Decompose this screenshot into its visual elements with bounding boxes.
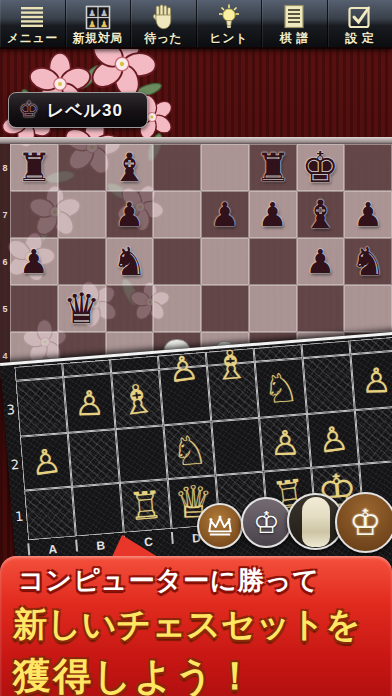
- square-a8[interactable]: ♜: [10, 144, 58, 191]
- chess-set-preview-staunton[interactable]: ♔: [241, 497, 292, 548]
- square-e6[interactable]: [201, 238, 249, 285]
- ornate-king-icon: ♔: [349, 505, 381, 541]
- square-g8[interactable]: ♚: [297, 144, 345, 191]
- four-pawns-grid-icon: ♟ ♟ ♟ ♟: [85, 3, 111, 31]
- hand-icon: [151, 3, 175, 31]
- chalk-N-doodle-d2: ♘: [163, 422, 215, 480]
- square-h7[interactable]: ♟: [344, 191, 392, 238]
- chalk-B-doodle-c3: ♗: [110, 368, 165, 430]
- chalk-R-doodle-c1: ♖: [120, 479, 172, 533]
- square-b7[interactable]: [58, 191, 106, 238]
- banner-line-2: 新しいチェスセットを: [13, 602, 392, 648]
- undo-button[interactable]: 待った: [131, 0, 197, 47]
- square-b6[interactable]: [58, 238, 106, 285]
- chalk-P-doodle-b3: ♙: [65, 374, 114, 431]
- black-r-piece: ♜: [16, 148, 51, 187]
- square-d5[interactable]: [153, 285, 201, 332]
- chalk-square-e2: [211, 418, 263, 476]
- chalk-square-g3: [303, 354, 355, 414]
- svg-text:♟: ♟: [100, 18, 108, 28]
- chalk-P-doodle-a2: ♙: [19, 432, 74, 492]
- square-a7[interactable]: [10, 191, 58, 238]
- black-p-piece: ♟: [210, 198, 240, 231]
- chalk-rank-label: [0, 367, 15, 382]
- chalk-square-b1: [72, 483, 124, 537]
- square-d8[interactable]: [153, 144, 201, 191]
- rank-label-6: 6: [0, 238, 10, 285]
- menu-button[interactable]: メニュー: [0, 0, 66, 47]
- white-king-icon: ♔: [253, 508, 280, 538]
- ivory-piece-icon: [302, 497, 330, 547]
- document-lines-icon: [283, 3, 305, 31]
- hint-button[interactable]: ヒント: [197, 0, 263, 47]
- level-label: レベル30: [47, 99, 123, 122]
- rank-label-8: 8: [0, 144, 10, 191]
- chess-set-preview-ornate[interactable]: ♔: [335, 492, 392, 553]
- board-top-bevel: [0, 137, 392, 144]
- banner-line-3: 獲得しよう！: [13, 651, 392, 696]
- black-p-piece: ♟: [306, 245, 336, 278]
- square-c5[interactable]: [106, 285, 154, 332]
- black-b-piece: ♝: [112, 148, 147, 187]
- square-f5[interactable]: [249, 285, 297, 332]
- square-f7[interactable]: ♟: [249, 191, 297, 238]
- banner-tail: [112, 535, 158, 557]
- square-c7[interactable]: ♟: [106, 191, 154, 238]
- lightbulb-icon: [215, 3, 243, 31]
- banner-line-1: コンピューターに勝って: [18, 563, 392, 598]
- square-c8[interactable]: ♝: [106, 144, 154, 191]
- black-r-piece: ♜: [255, 148, 290, 187]
- rank-label-5: 5: [0, 285, 10, 332]
- promo-banner[interactable]: コンピューターに勝って 新しいチェスセットを 獲得しよう！: [0, 556, 392, 696]
- square-f6[interactable]: [249, 238, 297, 285]
- app-screen: 87654 ♜♝♜♚♟♟♟♝♟♟♞♟♞♛ ♚ レベル30 321ABCD♙♗♙♗…: [0, 0, 392, 696]
- square-g5[interactable]: [297, 285, 345, 332]
- chalk-square-b2: [68, 429, 120, 487]
- square-d7[interactable]: [153, 191, 201, 238]
- level-badge: ♚ レベル30: [8, 92, 148, 128]
- toolbar: メニュー ♟ ♟ ♟ ♟ 新規対局: [0, 0, 392, 49]
- square-h5[interactable]: [344, 285, 392, 332]
- black-p-piece: ♟: [19, 245, 49, 278]
- chalk-P-doodle-d4: ♙: [156, 339, 211, 399]
- chalk-P-doodle-g2: ♙: [306, 409, 361, 469]
- square-a6[interactable]: ♟: [10, 238, 58, 285]
- square-c6[interactable]: ♞: [106, 238, 154, 285]
- black-p-piece: ♟: [115, 198, 145, 231]
- record-button[interactable]: 棋 譜: [262, 0, 328, 47]
- rank-label-7: 7: [0, 191, 10, 238]
- square-g7[interactable]: ♝: [297, 191, 345, 238]
- crown-icon: [205, 513, 235, 539]
- square-e7[interactable]: ♟: [201, 191, 249, 238]
- square-b8[interactable]: [58, 144, 106, 191]
- black-b-piece: ♝: [303, 195, 338, 234]
- square-a5[interactable]: [10, 285, 58, 332]
- square-h8[interactable]: [344, 144, 392, 191]
- chalk-square-a1: [24, 487, 76, 541]
- square-h6[interactable]: ♞: [344, 238, 392, 285]
- black-p-piece: ♟: [258, 198, 288, 231]
- rank-label-strip: 87654: [0, 144, 10, 378]
- chalk-square-h2: [355, 406, 392, 464]
- chalk-square-a3: [15, 377, 67, 437]
- black-n-piece: ♞: [351, 242, 386, 281]
- square-e8[interactable]: [201, 144, 249, 191]
- chalk-square-c2: [116, 425, 168, 483]
- square-e5[interactable]: [201, 285, 249, 332]
- square-d6[interactable]: [153, 238, 201, 285]
- square-b5[interactable]: ♛: [58, 285, 106, 332]
- chalk-B-doodle-e4: ♗: [205, 336, 257, 394]
- black-n-piece: ♞: [112, 242, 147, 281]
- hamburger-menu-icon: [19, 3, 45, 31]
- black-p-piece: ♟: [353, 198, 383, 231]
- square-f8[interactable]: ♜: [249, 144, 297, 191]
- svg-text:♟: ♟: [88, 18, 96, 28]
- black-q-piece: ♛: [63, 288, 101, 330]
- chess-set-preview-wood-crown[interactable]: [197, 503, 243, 549]
- black-king-icon: ♚: [19, 97, 39, 122]
- svg-text:♟: ♟: [88, 7, 96, 17]
- chalk-P-doodle-f2: ♙: [260, 415, 309, 470]
- checkbox-icon: [347, 3, 373, 31]
- square-g6[interactable]: ♟: [297, 238, 345, 285]
- black-k-piece: ♚: [302, 147, 340, 189]
- new-game-button[interactable]: ♟ ♟ ♟ ♟ 新規対局: [66, 0, 132, 47]
- chalk-N-doodle-f3: ♘: [255, 358, 307, 418]
- svg-text:♟: ♟: [100, 7, 108, 17]
- settings-button[interactable]: 設 定: [328, 0, 392, 47]
- chalk-P-doodle-h3: ♙: [352, 352, 392, 409]
